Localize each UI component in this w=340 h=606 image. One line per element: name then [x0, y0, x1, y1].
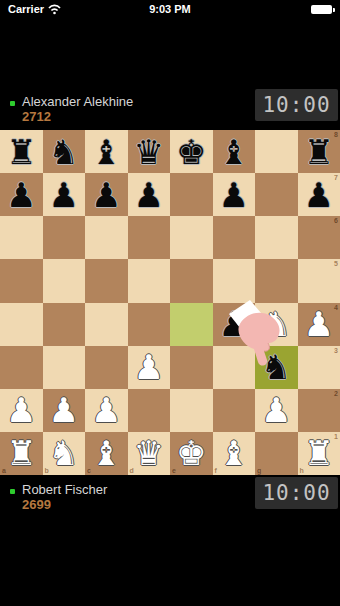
piece-white-rook[interactable]: ♜ — [6, 436, 36, 470]
square-b4[interactable] — [43, 303, 86, 346]
square-g6[interactable] — [255, 216, 298, 259]
square-c8[interactable]: ♝ — [85, 130, 128, 173]
piece-white-pawn[interactable]: ♟ — [91, 393, 121, 427]
square-d1[interactable]: ♛d — [128, 432, 171, 475]
square-c1[interactable]: ♝c — [85, 432, 128, 475]
phone-screen: Carrier 9:03 PM Alexander Alekhine 2712 … — [0, 0, 340, 606]
piece-black-pawn[interactable]: ♟ — [134, 178, 164, 212]
piece-black-knight[interactable]: ♞ — [261, 350, 291, 384]
square-a1[interactable]: ♜a — [0, 432, 43, 475]
square-h2[interactable]: 2 — [298, 389, 340, 432]
piece-white-queen[interactable]: ♛ — [134, 436, 164, 470]
square-f7[interactable]: ♟ — [213, 173, 256, 216]
square-c4[interactable] — [85, 303, 128, 346]
file-coordinate-label: h — [300, 467, 304, 474]
piece-white-pawn[interactable]: ♟ — [6, 393, 36, 427]
piece-white-knight[interactable]: ♞ — [261, 307, 291, 341]
square-a7[interactable]: ♟ — [0, 173, 43, 216]
piece-white-pawn[interactable]: ♟ — [304, 307, 334, 341]
piece-black-pawn[interactable]: ♟ — [219, 178, 249, 212]
piece-white-pawn[interactable]: ♟ — [49, 393, 79, 427]
online-status-dot — [10, 489, 15, 494]
piece-black-knight[interactable]: ♞ — [49, 135, 79, 169]
player-info-bottom: Robert Fischer 2699 10:00 — [0, 476, 340, 516]
piece-black-rook[interactable]: ♜ — [304, 135, 334, 169]
square-b8[interactable]: ♞ — [43, 130, 86, 173]
file-coordinate-label: g — [257, 467, 261, 474]
rank-coordinate-label: 8 — [334, 131, 338, 138]
square-e5[interactable] — [170, 259, 213, 302]
rank-coordinate-label: 7 — [334, 174, 338, 181]
square-d2[interactable] — [128, 389, 171, 432]
piece-black-pawn[interactable]: ♟ — [6, 178, 36, 212]
rank-coordinate-label: 1 — [334, 433, 338, 440]
square-h6[interactable]: 6 — [298, 216, 340, 259]
square-c7[interactable]: ♟ — [85, 173, 128, 216]
piece-black-bishop[interactable]: ♝ — [91, 135, 121, 169]
status-time: 9:03 PM — [0, 3, 340, 15]
square-b3[interactable] — [43, 346, 86, 389]
square-f2[interactable] — [213, 389, 256, 432]
piece-white-bishop[interactable]: ♝ — [91, 436, 121, 470]
square-d5[interactable] — [128, 259, 171, 302]
square-c2[interactable]: ♟ — [85, 389, 128, 432]
square-e1[interactable]: ♚e — [170, 432, 213, 475]
square-c5[interactable] — [85, 259, 128, 302]
piece-black-rook[interactable]: ♜ — [6, 135, 36, 169]
square-b5[interactable] — [43, 259, 86, 302]
square-f6[interactable] — [213, 216, 256, 259]
square-g2[interactable]: ♟ — [255, 389, 298, 432]
square-d3[interactable]: ♟ — [128, 346, 171, 389]
file-coordinate-label: a — [2, 467, 6, 474]
piece-black-pawn[interactable]: ♟ — [304, 178, 334, 212]
square-h1[interactable]: ♜1h — [298, 432, 340, 475]
piece-white-pawn[interactable]: ♟ — [134, 350, 164, 384]
square-h4[interactable]: ♟4 — [298, 303, 340, 346]
square-e8[interactable]: ♚ — [170, 130, 213, 173]
file-coordinate-label: c — [87, 467, 91, 474]
square-g8[interactable] — [255, 130, 298, 173]
battery-icon — [311, 5, 332, 14]
rank-coordinate-label: 2 — [334, 390, 338, 397]
square-a3[interactable] — [0, 346, 43, 389]
square-g4[interactable]: ♞ — [255, 303, 298, 346]
square-e7[interactable] — [170, 173, 213, 216]
rank-coordinate-label: 6 — [334, 217, 338, 224]
square-g1[interactable]: g — [255, 432, 298, 475]
piece-black-pawn[interactable]: ♟ — [219, 307, 249, 341]
rank-coordinate-label: 5 — [334, 260, 338, 267]
square-g5[interactable] — [255, 259, 298, 302]
square-f1[interactable]: ♝f — [213, 432, 256, 475]
square-a6[interactable] — [0, 216, 43, 259]
square-b6[interactable] — [43, 216, 86, 259]
square-b2[interactable]: ♟ — [43, 389, 86, 432]
square-b7[interactable]: ♟ — [43, 173, 86, 216]
square-h5[interactable]: 5 — [298, 259, 340, 302]
square-e6[interactable] — [170, 216, 213, 259]
clock-top: 10:00 — [255, 89, 338, 121]
square-e2[interactable] — [170, 389, 213, 432]
piece-black-pawn[interactable]: ♟ — [49, 178, 79, 212]
square-e3[interactable] — [170, 346, 213, 389]
square-h8[interactable]: ♜8 — [298, 130, 340, 173]
square-a2[interactable]: ♟ — [0, 389, 43, 432]
chess-board[interactable]: ♜♞♝♛♚♝♜8♟♟♟♟♟♟765♟♞♟4♟♞3♟♟♟♟2♜a♞b♝c♛d♚e♝… — [0, 130, 340, 475]
status-bar: Carrier 9:03 PM — [0, 0, 340, 20]
player-rating-top: 2712 — [22, 109, 51, 124]
square-h3[interactable]: 3 — [298, 346, 340, 389]
square-d7[interactable]: ♟ — [128, 173, 171, 216]
piece-white-knight[interactable]: ♞ — [49, 436, 79, 470]
rank-coordinate-label: 3 — [334, 347, 338, 354]
piece-white-bishop[interactable]: ♝ — [219, 436, 249, 470]
square-f8[interactable]: ♝ — [213, 130, 256, 173]
square-a4[interactable] — [0, 303, 43, 346]
file-coordinate-label: e — [172, 467, 176, 474]
clock-bottom: 10:00 — [255, 477, 338, 509]
square-f4[interactable]: ♟ — [213, 303, 256, 346]
piece-black-queen[interactable]: ♛ — [134, 135, 164, 169]
file-coordinate-label: d — [130, 467, 134, 474]
square-c3[interactable] — [85, 346, 128, 389]
square-a5[interactable] — [0, 259, 43, 302]
file-coordinate-label: f — [215, 467, 217, 474]
player-name-bottom: Robert Fischer — [22, 482, 107, 497]
square-f3[interactable] — [213, 346, 256, 389]
player-rating-bottom: 2699 — [22, 497, 51, 512]
rank-coordinate-label: 4 — [334, 304, 338, 311]
piece-white-pawn[interactable]: ♟ — [261, 393, 291, 427]
square-d8[interactable]: ♛ — [128, 130, 171, 173]
square-e4[interactable] — [170, 303, 213, 346]
square-f5[interactable] — [213, 259, 256, 302]
piece-white-rook[interactable]: ♜ — [304, 436, 334, 470]
piece-black-pawn[interactable]: ♟ — [91, 178, 121, 212]
square-c6[interactable] — [85, 216, 128, 259]
square-g3[interactable]: ♞ — [255, 346, 298, 389]
piece-black-king[interactable]: ♚ — [176, 135, 206, 169]
square-d6[interactable] — [128, 216, 171, 259]
square-b1[interactable]: ♞b — [43, 432, 86, 475]
square-a8[interactable]: ♜ — [0, 130, 43, 173]
piece-black-bishop[interactable]: ♝ — [219, 135, 249, 169]
square-d4[interactable] — [128, 303, 171, 346]
online-status-dot — [10, 101, 15, 106]
player-name-top: Alexander Alekhine — [22, 94, 133, 109]
square-g7[interactable] — [255, 173, 298, 216]
square-h7[interactable]: ♟7 — [298, 173, 340, 216]
player-info-top: Alexander Alekhine 2712 10:00 — [0, 88, 340, 128]
piece-white-king[interactable]: ♚ — [176, 436, 206, 470]
file-coordinate-label: b — [45, 467, 49, 474]
